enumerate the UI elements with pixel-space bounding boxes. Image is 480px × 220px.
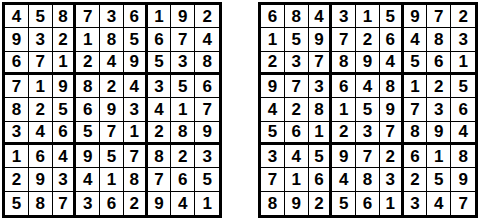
sudoku-cell-r4c5: 4	[356, 75, 380, 98]
sudoku-cell-r1c1: 6	[261, 5, 285, 28]
sudoku-cell-r6c4: 2	[332, 122, 356, 145]
sudoku-cell-r2c8: 8	[427, 28, 451, 51]
sudoku-cell-r1c9: 2	[195, 5, 219, 28]
sudoku-cell-r4c2: 1	[29, 75, 53, 98]
sudoku-cell-r5c7: 7	[404, 98, 428, 121]
sudoku-cell-r7c9: 3	[195, 145, 219, 168]
sudoku-page: 4587361929321856746712495387198243568256…	[0, 0, 480, 220]
sudoku-cell-r3c2: 7	[29, 52, 53, 75]
sudoku-cell-r9c5: 6	[356, 192, 380, 215]
sudoku-cell-r7c5: 7	[356, 145, 380, 168]
sudoku-cell-r9c4: 5	[332, 192, 356, 215]
sudoku-cell-r9c8: 4	[427, 192, 451, 215]
sudoku-cell-r5c4: 1	[332, 98, 356, 121]
sudoku-cell-r6c6: 7	[380, 122, 404, 145]
sudoku-cell-r5c2: 2	[285, 98, 309, 121]
sudoku-cell-r3c7: 5	[404, 52, 428, 75]
sudoku-cell-r6c1: 5	[261, 122, 285, 145]
sudoku-cell-r2c9: 4	[195, 28, 219, 51]
sudoku-cell-r6c2: 4	[29, 122, 53, 145]
sudoku-cell-r6c2: 6	[285, 122, 309, 145]
sudoku-cell-r7c8: 2	[171, 145, 195, 168]
sudoku-cell-r8c6: 3	[380, 168, 404, 191]
sudoku-cell-r7c9: 8	[451, 145, 475, 168]
sudoku-cell-r2c7: 6	[148, 28, 172, 51]
sudoku-cell-r8c8: 6	[171, 168, 195, 191]
sudoku-cell-r5c2: 2	[29, 98, 53, 121]
sudoku-cell-r1c6: 6	[124, 5, 148, 28]
sudoku-cell-r2c5: 8	[100, 28, 124, 51]
sudoku-cell-r1c7: 1	[148, 5, 172, 28]
sudoku-cell-r3c5: 4	[100, 52, 124, 75]
sudoku-cell-r1c6: 5	[380, 5, 404, 28]
sudoku-cell-r5c9: 6	[451, 98, 475, 121]
sudoku-cell-r2c7: 4	[404, 28, 428, 51]
sudoku-board-right: 6843159721597264832378945619736481254281…	[258, 2, 478, 218]
sudoku-cell-r7c3: 4	[53, 145, 77, 168]
sudoku-cell-r4c9: 6	[195, 75, 219, 98]
sudoku-cell-r4c4: 8	[76, 75, 100, 98]
sudoku-cell-r1c4: 7	[76, 5, 100, 28]
sudoku-cell-r6c7: 2	[148, 122, 172, 145]
sudoku-cell-r9c9: 7	[451, 192, 475, 215]
sudoku-cell-r4c1: 9	[261, 75, 285, 98]
sudoku-cell-r8c4: 4	[76, 168, 100, 191]
sudoku-cell-r7c8: 1	[427, 145, 451, 168]
sudoku-cell-r7c6: 7	[124, 145, 148, 168]
sudoku-cell-r3c2: 3	[285, 52, 309, 75]
sudoku-cell-r6c6: 1	[124, 122, 148, 145]
sudoku-cell-r6c5: 7	[100, 122, 124, 145]
sudoku-cell-r9c3: 2	[309, 192, 333, 215]
sudoku-cell-r3c8: 6	[427, 52, 451, 75]
sudoku-cell-r5c1: 8	[5, 98, 29, 121]
sudoku-cell-r7c6: 2	[380, 145, 404, 168]
sudoku-cell-r1c2: 8	[285, 5, 309, 28]
sudoku-cell-r9c6: 1	[380, 192, 404, 215]
sudoku-cell-r1c3: 8	[53, 5, 77, 28]
sudoku-cell-r8c2: 1	[285, 168, 309, 191]
sudoku-cell-r8c1: 7	[261, 168, 285, 191]
sudoku-cell-r5c8: 1	[171, 98, 195, 121]
sudoku-cell-r1c9: 2	[451, 5, 475, 28]
sudoku-cell-r1c5: 1	[356, 5, 380, 28]
sudoku-cell-r8c5: 8	[356, 168, 380, 191]
sudoku-cell-r9c2: 8	[29, 192, 53, 215]
sudoku-cell-r7c1: 1	[5, 145, 29, 168]
sudoku-cell-r4c7: 1	[404, 75, 428, 98]
sudoku-cell-r5c7: 4	[148, 98, 172, 121]
sudoku-cell-r6c3: 1	[309, 122, 333, 145]
sudoku-cell-r4c6: 8	[380, 75, 404, 98]
sudoku-cell-r5c9: 7	[195, 98, 219, 121]
sudoku-cell-r5c8: 3	[427, 98, 451, 121]
sudoku-cell-r3c1: 2	[261, 52, 285, 75]
sudoku-cell-r6c5: 3	[356, 122, 380, 145]
sudoku-cell-r9c1: 8	[261, 192, 285, 215]
sudoku-cell-r2c3: 2	[53, 28, 77, 51]
sudoku-cell-r9c5: 6	[100, 192, 124, 215]
sudoku-cell-r5c6: 3	[124, 98, 148, 121]
sudoku-cell-r2c6: 6	[380, 28, 404, 51]
sudoku-cell-r2c1: 1	[261, 28, 285, 51]
sudoku-cell-r4c5: 2	[100, 75, 124, 98]
sudoku-cell-r1c7: 9	[404, 5, 428, 28]
sudoku-cell-r7c1: 3	[261, 145, 285, 168]
sudoku-cell-r3c9: 1	[451, 52, 475, 75]
sudoku-cell-r1c8: 9	[171, 5, 195, 28]
sudoku-cell-r4c4: 6	[332, 75, 356, 98]
sudoku-cell-r6c8: 9	[427, 122, 451, 145]
sudoku-cell-r1c2: 5	[29, 5, 53, 28]
sudoku-cell-r5c6: 9	[380, 98, 404, 121]
sudoku-cell-r7c7: 6	[404, 145, 428, 168]
sudoku-cell-r5c5: 5	[356, 98, 380, 121]
sudoku-cell-r2c2: 3	[29, 28, 53, 51]
sudoku-cell-r2c4: 7	[332, 28, 356, 51]
sudoku-cell-r3c8: 3	[171, 52, 195, 75]
sudoku-cell-r7c5: 5	[100, 145, 124, 168]
sudoku-cell-r8c4: 4	[332, 168, 356, 191]
sudoku-cell-r7c2: 6	[29, 145, 53, 168]
sudoku-cell-r2c6: 5	[124, 28, 148, 51]
sudoku-cell-r9c8: 4	[171, 192, 195, 215]
sudoku-cell-r5c4: 6	[76, 98, 100, 121]
sudoku-cell-r1c1: 4	[5, 5, 29, 28]
sudoku-cell-r9c4: 3	[76, 192, 100, 215]
sudoku-cell-r6c8: 8	[171, 122, 195, 145]
sudoku-cell-r4c7: 3	[148, 75, 172, 98]
sudoku-cell-r4c6: 4	[124, 75, 148, 98]
sudoku-cell-r3c6: 4	[380, 52, 404, 75]
sudoku-cell-r9c2: 9	[285, 192, 309, 215]
sudoku-cell-r7c2: 4	[285, 145, 309, 168]
sudoku-cell-r5c1: 4	[261, 98, 285, 121]
sudoku-cell-r9c9: 1	[195, 192, 219, 215]
sudoku-cell-r6c1: 3	[5, 122, 29, 145]
sudoku-cell-r6c7: 8	[404, 122, 428, 145]
sudoku-cell-r8c1: 2	[5, 168, 29, 191]
sudoku-cell-r8c6: 8	[124, 168, 148, 191]
sudoku-cell-r5c3: 8	[309, 98, 333, 121]
sudoku-cell-r3c6: 9	[124, 52, 148, 75]
sudoku-cell-r3c5: 9	[356, 52, 380, 75]
sudoku-cell-r1c8: 7	[427, 5, 451, 28]
sudoku-cell-r3c4: 8	[332, 52, 356, 75]
sudoku-cell-r4c1: 7	[5, 75, 29, 98]
sudoku-cell-r9c7: 3	[404, 192, 428, 215]
sudoku-cell-r7c3: 5	[309, 145, 333, 168]
sudoku-cell-r2c8: 7	[171, 28, 195, 51]
sudoku-cell-r8c2: 9	[29, 168, 53, 191]
sudoku-cell-r8c9: 9	[451, 168, 475, 191]
sudoku-cell-r4c8: 5	[171, 75, 195, 98]
sudoku-board-left: 4587361929321856746712495387198243568256…	[2, 2, 222, 218]
sudoku-cell-r2c2: 5	[285, 28, 309, 51]
sudoku-cell-r9c1: 5	[5, 192, 29, 215]
sudoku-cell-r3c4: 2	[76, 52, 100, 75]
sudoku-cell-r3c7: 5	[148, 52, 172, 75]
sudoku-cell-r2c1: 9	[5, 28, 29, 51]
sudoku-cell-r6c9: 9	[195, 122, 219, 145]
sudoku-cell-r5c3: 5	[53, 98, 77, 121]
sudoku-cell-r4c2: 7	[285, 75, 309, 98]
sudoku-cell-r9c7: 9	[148, 192, 172, 215]
sudoku-cell-r8c3: 3	[53, 168, 77, 191]
sudoku-cell-r1c3: 4	[309, 5, 333, 28]
sudoku-cell-r3c1: 6	[5, 52, 29, 75]
sudoku-cell-r5c5: 9	[100, 98, 124, 121]
sudoku-cell-r9c6: 2	[124, 192, 148, 215]
sudoku-cell-r3c3: 7	[309, 52, 333, 75]
sudoku-cell-r4c9: 5	[451, 75, 475, 98]
sudoku-cell-r9c3: 7	[53, 192, 77, 215]
sudoku-cell-r2c3: 9	[309, 28, 333, 51]
sudoku-cell-r8c8: 5	[427, 168, 451, 191]
sudoku-cell-r8c3: 6	[309, 168, 333, 191]
sudoku-cell-r6c9: 4	[451, 122, 475, 145]
sudoku-cell-r8c7: 7	[148, 168, 172, 191]
sudoku-cell-r7c7: 8	[148, 145, 172, 168]
sudoku-cell-r2c4: 1	[76, 28, 100, 51]
sudoku-cell-r2c9: 3	[451, 28, 475, 51]
sudoku-cell-r6c3: 6	[53, 122, 77, 145]
sudoku-cell-r8c7: 2	[404, 168, 428, 191]
sudoku-cell-r4c8: 2	[427, 75, 451, 98]
sudoku-cell-r8c5: 1	[100, 168, 124, 191]
sudoku-cell-r3c9: 8	[195, 52, 219, 75]
sudoku-cell-r6c4: 5	[76, 122, 100, 145]
sudoku-cell-r3c3: 1	[53, 52, 77, 75]
sudoku-cell-r1c5: 3	[100, 5, 124, 28]
sudoku-cell-r8c9: 5	[195, 168, 219, 191]
sudoku-cell-r7c4: 9	[76, 145, 100, 168]
sudoku-cell-r1c4: 3	[332, 5, 356, 28]
sudoku-cell-r4c3: 9	[53, 75, 77, 98]
sudoku-cell-r2c5: 2	[356, 28, 380, 51]
sudoku-cell-r4c3: 3	[309, 75, 333, 98]
sudoku-cell-r7c4: 9	[332, 145, 356, 168]
